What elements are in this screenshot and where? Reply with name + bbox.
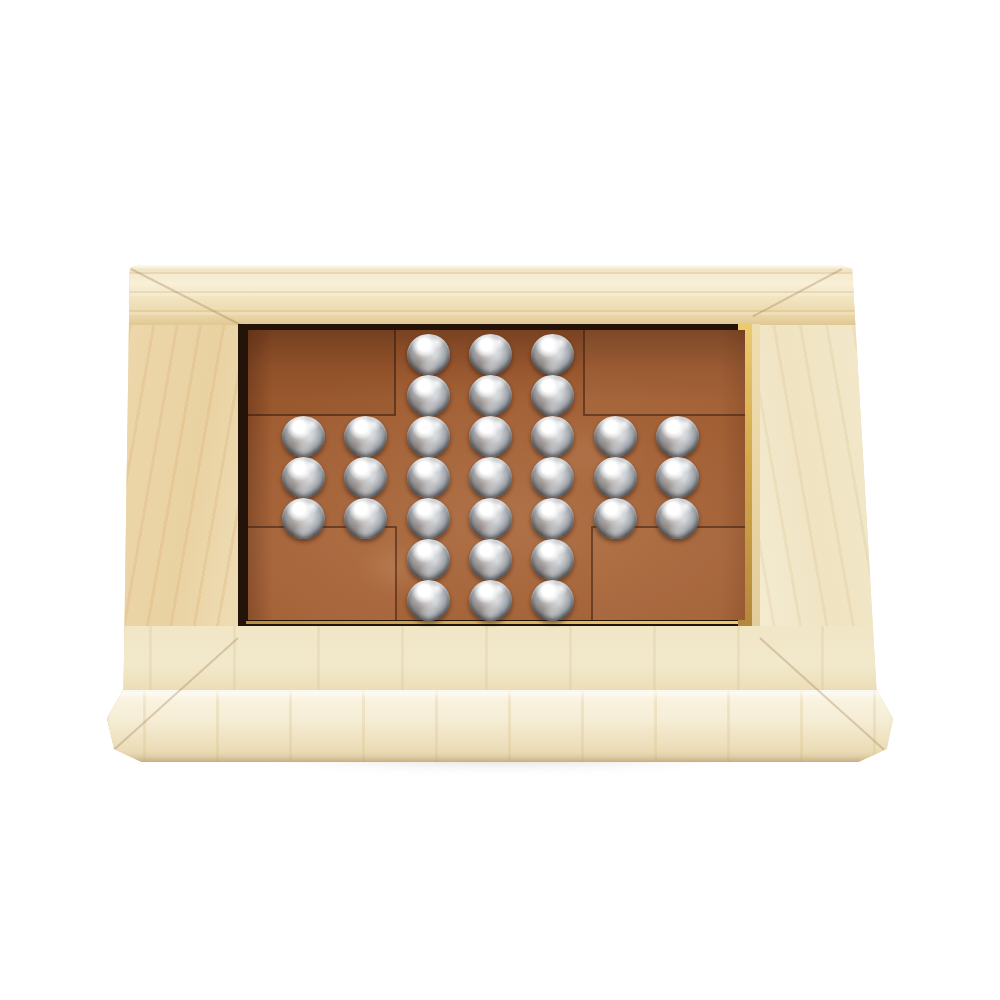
marble[interactable] <box>594 457 637 498</box>
cell-r1c5[interactable] <box>522 334 584 375</box>
cell-r4c1[interactable] <box>272 457 334 498</box>
cell-r2c6 <box>584 375 646 416</box>
marble[interactable] <box>407 334 450 375</box>
marble[interactable] <box>531 498 574 539</box>
cell-r7c1 <box>272 580 334 621</box>
leather-board-surface <box>248 330 745 620</box>
cell-r1c2 <box>334 334 396 375</box>
marble[interactable] <box>469 539 512 580</box>
marble[interactable] <box>407 375 450 416</box>
marble[interactable] <box>531 539 574 580</box>
cell-r2c2 <box>334 375 396 416</box>
cell-r7c4[interactable] <box>459 580 521 621</box>
cell-r5c2[interactable] <box>334 498 396 539</box>
cell-r5c7[interactable] <box>647 498 709 539</box>
cell-r1c4[interactable] <box>459 334 521 375</box>
cell-r3c3[interactable] <box>397 416 459 457</box>
marble[interactable] <box>282 457 325 498</box>
cell-r4c4[interactable] <box>459 457 521 498</box>
marble[interactable] <box>531 334 574 375</box>
marble[interactable] <box>531 580 574 621</box>
cell-r7c7 <box>647 580 709 621</box>
cell-r6c5[interactable] <box>522 539 584 580</box>
recess-inner-wall <box>752 324 760 626</box>
cell-r5c3[interactable] <box>397 498 459 539</box>
marble[interactable] <box>407 457 450 498</box>
marble[interactable] <box>469 416 512 457</box>
cell-r2c7 <box>647 375 709 416</box>
cell-r4c5[interactable] <box>522 457 584 498</box>
cell-r1c7 <box>647 334 709 375</box>
cell-r5c4[interactable] <box>459 498 521 539</box>
marble[interactable] <box>282 416 325 457</box>
marble[interactable] <box>531 457 574 498</box>
cell-r2c1 <box>272 375 334 416</box>
marble[interactable] <box>469 580 512 621</box>
cell-r6c7 <box>647 539 709 580</box>
cell-r5c5[interactable] <box>522 498 584 539</box>
marble[interactable] <box>469 375 512 416</box>
cell-r6c2 <box>334 539 396 580</box>
marble[interactable] <box>531 375 574 416</box>
cell-r6c1 <box>272 539 334 580</box>
marble[interactable] <box>656 416 699 457</box>
marble[interactable] <box>594 498 637 539</box>
marble[interactable] <box>344 498 387 539</box>
cell-r2c4[interactable] <box>459 375 521 416</box>
marble[interactable] <box>594 416 637 457</box>
cell-r6c3[interactable] <box>397 539 459 580</box>
cell-r5c6[interactable] <box>584 498 646 539</box>
cell-r7c6 <box>584 580 646 621</box>
cell-r3c6[interactable] <box>584 416 646 457</box>
cell-r3c5[interactable] <box>522 416 584 457</box>
marble[interactable] <box>469 457 512 498</box>
marble[interactable] <box>344 457 387 498</box>
marble[interactable] <box>407 498 450 539</box>
marble[interactable] <box>344 416 387 457</box>
cell-r3c4[interactable] <box>459 416 521 457</box>
cell-r4c3[interactable] <box>397 457 459 498</box>
wooden-frame <box>107 265 893 762</box>
cell-r1c1 <box>272 334 334 375</box>
cell-r1c6 <box>584 334 646 375</box>
cell-r4c6[interactable] <box>584 457 646 498</box>
cell-r7c5[interactable] <box>522 580 584 621</box>
frame-front-face <box>107 690 893 762</box>
marble[interactable] <box>407 416 450 457</box>
frame-bottom-rail <box>107 626 893 690</box>
cell-r3c1[interactable] <box>272 416 334 457</box>
cell-r4c2[interactable] <box>334 457 396 498</box>
marble[interactable] <box>407 539 450 580</box>
marble[interactable] <box>469 334 512 375</box>
marble[interactable] <box>656 498 699 539</box>
cell-r1c3[interactable] <box>397 334 459 375</box>
cell-r2c3[interactable] <box>397 375 459 416</box>
marble[interactable] <box>531 416 574 457</box>
board-recess <box>238 324 760 626</box>
marble[interactable] <box>282 498 325 539</box>
cell-r5c1[interactable] <box>272 498 334 539</box>
cell-r6c6 <box>584 539 646 580</box>
brass-trim-bottom <box>246 621 738 624</box>
cell-r2c5[interactable] <box>522 375 584 416</box>
marble[interactable] <box>407 580 450 621</box>
product-photo-scene <box>0 0 1000 1000</box>
cell-r4c7[interactable] <box>647 457 709 498</box>
cell-r3c2[interactable] <box>334 416 396 457</box>
cell-r7c2 <box>334 580 396 621</box>
cell-r3c7[interactable] <box>647 416 709 457</box>
peg-grid <box>272 334 709 589</box>
cell-r6c4[interactable] <box>459 539 521 580</box>
cell-r7c3[interactable] <box>397 580 459 621</box>
marble[interactable] <box>469 498 512 539</box>
marble[interactable] <box>656 457 699 498</box>
